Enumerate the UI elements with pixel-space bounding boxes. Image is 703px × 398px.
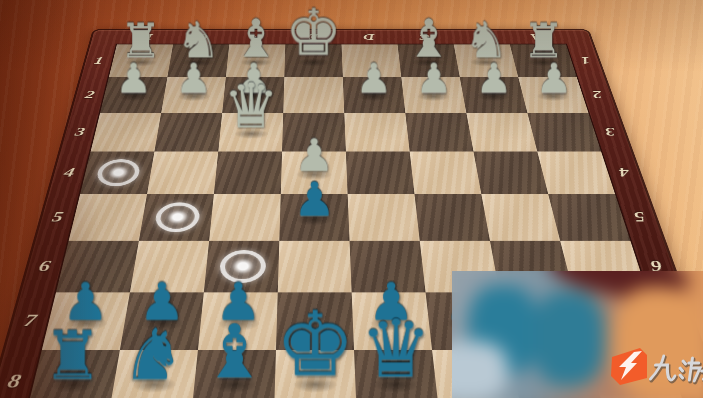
piece-shadow [63,316,109,331]
move-hint-g5[interactable] [153,202,201,232]
square-e1[interactable] [284,44,342,77]
square-b1[interactable] [454,44,519,77]
piece-shadow [469,58,503,67]
square-a4[interactable] [537,152,615,194]
square-b5[interactable] [481,194,560,241]
move-hint-h4[interactable] [94,159,141,186]
piece-shadow [373,376,419,393]
square-g3[interactable] [154,113,222,152]
square-h4[interactable] [80,152,154,194]
square-a3[interactable] [527,113,601,152]
piece-shadow [116,92,151,101]
piece-shadow [296,169,333,180]
square-f1[interactable] [226,44,285,77]
piece-shadow [412,58,445,67]
square-f7[interactable] [198,292,278,349]
square-c3[interactable] [405,113,473,152]
square-c6[interactable] [420,241,500,293]
square-f2[interactable] [222,77,284,113]
chess-app-screen: HGFEDCBA1234567812345678♜♞♝♚♝♞♜♟♟♟♟♟♟♟♛♟… [0,0,703,398]
move-hint-f6[interactable] [218,250,266,283]
piece-shadow [520,316,566,331]
square-c5[interactable] [414,194,489,241]
square-c1[interactable] [398,44,460,77]
square-e7[interactable] [276,292,354,349]
square-d5[interactable] [348,194,420,241]
piece-shadow [217,316,261,331]
square-h5[interactable] [69,194,147,241]
9game-watermark [606,340,703,396]
square-f3[interactable] [218,113,283,152]
board-scene: HGFEDCBA1234567812345678♜♞♝♚♝♞♜♟♟♟♟♟♟♟♛♟… [0,0,703,398]
square-h2[interactable] [100,77,167,113]
piece-shadow [535,92,571,101]
square-f5[interactable] [209,194,281,241]
piece-shadow [476,92,512,101]
piece-shadow [297,58,329,67]
square-g5[interactable] [139,194,214,241]
square-b4[interactable] [473,152,548,194]
square-h3[interactable] [91,113,162,152]
square-b3[interactable] [466,113,537,152]
square-g1[interactable] [167,44,229,77]
square-f8[interactable] [191,350,276,398]
piece-shadow [176,92,211,101]
piece-shadow [532,376,581,393]
square-g4[interactable] [147,152,218,194]
square-c7[interactable] [426,292,511,349]
piece-shadow [416,92,451,101]
square-d1[interactable] [341,44,401,77]
piece-shadow [140,316,185,331]
piece-shadow [526,58,561,67]
square-d6[interactable] [350,241,426,293]
square-d4[interactable] [346,152,415,194]
chess-board: HGFEDCBA1234567812345678♜♞♝♚♝♞♜♟♟♟♟♟♟♟♛♟… [0,30,703,398]
square-g6[interactable] [130,241,209,293]
piece-shadow [292,376,337,393]
square-d3[interactable] [344,113,409,152]
piece-shadow [295,213,334,225]
piece-shadow [237,92,271,101]
square-e5[interactable] [279,194,349,241]
watermark-text [606,340,703,396]
piece-shadow [130,376,177,393]
square-g8[interactable] [109,350,198,398]
piece-shadow [211,376,257,393]
square-d2[interactable] [343,77,405,113]
square-c2[interactable] [401,77,466,113]
square-d8[interactable] [354,350,439,398]
piece-shadow [124,58,158,67]
square-e2[interactable] [283,77,344,113]
piece-shadow [453,376,501,393]
square-e3[interactable] [282,113,346,152]
piece-shadow [596,316,643,331]
piece-shadow [445,316,490,331]
square-b2[interactable] [460,77,528,113]
square-e6[interactable] [278,241,352,293]
square-e8[interactable] [274,350,357,398]
square-h7[interactable] [42,292,130,349]
square-c4[interactable] [410,152,482,194]
piece-shadow [182,58,215,67]
piece-shadow [240,58,273,67]
square-a2[interactable] [518,77,588,113]
square-a1[interactable] [510,44,577,77]
square-f6[interactable] [204,241,279,293]
square-a5[interactable] [548,194,630,241]
piece-shadow [49,376,98,393]
square-c8[interactable] [432,350,522,398]
square-g2[interactable] [161,77,226,113]
square-h6[interactable] [56,241,139,293]
piece-shadow [369,316,413,331]
piece-shadow [356,92,390,101]
square-d7[interactable] [352,292,432,349]
square-e4[interactable] [281,152,348,194]
square-g7[interactable] [120,292,204,349]
square-h1[interactable] [109,44,173,77]
file-label-d: D [341,31,398,43]
piece-shadow [233,129,269,139]
square-h8[interactable] [26,350,120,398]
square-a6[interactable] [560,241,647,293]
square-f4[interactable] [214,152,282,194]
square-b6[interactable] [490,241,573,293]
